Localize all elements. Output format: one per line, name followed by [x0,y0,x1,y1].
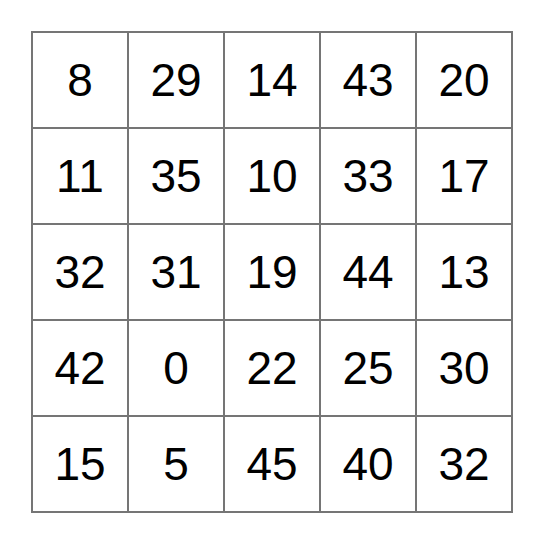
grid-cell[interactable]: 19 [225,225,319,319]
grid-cell[interactable]: 11 [33,129,127,223]
grid-cell[interactable]: 40 [321,417,415,511]
grid-cell[interactable]: 45 [225,417,319,511]
grid-cell[interactable]: 0 [129,321,223,415]
grid-cell[interactable]: 14 [225,33,319,127]
grid-cell[interactable]: 32 [33,225,127,319]
grid-cell[interactable]: 20 [417,33,511,127]
page: 8291443201135103317323119441342022253015… [0,0,544,544]
grid-cell[interactable]: 5 [129,417,223,511]
grid-cell[interactable]: 30 [417,321,511,415]
grid-cell[interactable]: 17 [417,129,511,223]
grid-cell[interactable]: 31 [129,225,223,319]
grid-cell[interactable]: 32 [417,417,511,511]
grid-cell[interactable]: 22 [225,321,319,415]
grid-cell[interactable]: 25 [321,321,415,415]
grid-cell[interactable]: 42 [33,321,127,415]
grid-cell[interactable]: 44 [321,225,415,319]
grid-cell[interactable]: 15 [33,417,127,511]
bingo-board: 8291443201135103317323119441342022253015… [31,31,513,513]
grid-cell[interactable]: 10 [225,129,319,223]
grid-cell[interactable]: 35 [129,129,223,223]
grid-cell[interactable]: 43 [321,33,415,127]
grid-cell[interactable]: 13 [417,225,511,319]
grid-cell[interactable]: 29 [129,33,223,127]
grid-cell[interactable]: 8 [33,33,127,127]
grid-cell[interactable]: 33 [321,129,415,223]
